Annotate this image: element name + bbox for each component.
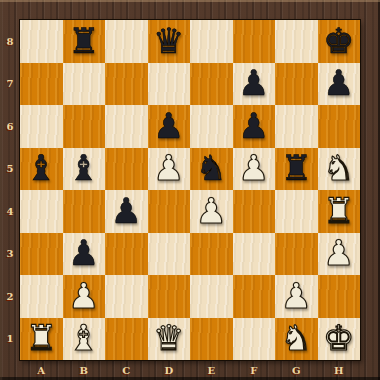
square-a7[interactable] (20, 63, 63, 106)
square-a1[interactable]: ♜ (20, 318, 63, 361)
piece-white-pawn[interactable]: ♟ (196, 194, 227, 229)
rank-label-5: 5 (0, 148, 20, 191)
square-h8[interactable]: ♚ (318, 20, 361, 63)
square-f6[interactable]: ♟ (233, 105, 276, 148)
square-d6[interactable]: ♟ (148, 105, 191, 148)
square-b1[interactable]: ♝ (63, 318, 106, 361)
square-a6[interactable] (20, 105, 63, 148)
square-f7[interactable]: ♟ (233, 63, 276, 106)
piece-black-queen[interactable]: ♛ (153, 24, 184, 59)
file-label-a: A (20, 360, 63, 380)
square-g6[interactable] (275, 105, 318, 148)
square-d7[interactable] (148, 63, 191, 106)
square-a5[interactable]: ♝ (20, 148, 63, 191)
square-c5[interactable] (105, 148, 148, 191)
square-a2[interactable] (20, 275, 63, 318)
square-b7[interactable] (63, 63, 106, 106)
piece-black-knight[interactable]: ♞ (196, 151, 227, 186)
file-labels: ABCDEFGH (20, 360, 360, 380)
square-d8[interactable]: ♛ (148, 20, 191, 63)
file-label-e: E (190, 360, 233, 380)
square-e4[interactable]: ♟ (190, 190, 233, 233)
square-f8[interactable] (233, 20, 276, 63)
piece-black-pawn[interactable]: ♟ (68, 236, 99, 271)
square-h6[interactable] (318, 105, 361, 148)
square-h5[interactable]: ♞ (318, 148, 361, 191)
piece-white-knight[interactable]: ♞ (323, 151, 354, 186)
square-c1[interactable] (105, 318, 148, 361)
square-f3[interactable] (233, 233, 276, 276)
square-g7[interactable] (275, 63, 318, 106)
file-label-g: G (275, 360, 318, 380)
square-c3[interactable] (105, 233, 148, 276)
square-h3[interactable]: ♟ (318, 233, 361, 276)
piece-white-bishop[interactable]: ♝ (68, 321, 99, 356)
chess-board-window: 87654321 ABCDEFGH ♜♛♚♟♟♟♟♝♝♟♞♟♜♞♟♟♜♟♟♟♟♜… (0, 0, 380, 380)
square-f1[interactable] (233, 318, 276, 361)
square-d4[interactable] (148, 190, 191, 233)
square-c4[interactable]: ♟ (105, 190, 148, 233)
square-e1[interactable] (190, 318, 233, 361)
square-h7[interactable]: ♟ (318, 63, 361, 106)
square-c7[interactable] (105, 63, 148, 106)
piece-white-rook[interactable]: ♜ (323, 194, 354, 229)
rank-label-1: 1 (0, 318, 20, 361)
square-b4[interactable] (63, 190, 106, 233)
square-a3[interactable] (20, 233, 63, 276)
square-e2[interactable] (190, 275, 233, 318)
chess-board: ♜♛♚♟♟♟♟♝♝♟♞♟♜♞♟♟♜♟♟♟♟♜♝♛♞♚ (20, 20, 360, 360)
square-a8[interactable] (20, 20, 63, 63)
piece-black-pawn[interactable]: ♟ (153, 109, 184, 144)
piece-white-knight[interactable]: ♞ (281, 321, 312, 356)
piece-black-rook[interactable]: ♜ (281, 151, 312, 186)
square-g4[interactable] (275, 190, 318, 233)
square-d3[interactable] (148, 233, 191, 276)
square-d5[interactable]: ♟ (148, 148, 191, 191)
file-label-b: B (63, 360, 106, 380)
square-b5[interactable]: ♝ (63, 148, 106, 191)
rank-label-4: 4 (0, 190, 20, 233)
square-b3[interactable]: ♟ (63, 233, 106, 276)
square-f5[interactable]: ♟ (233, 148, 276, 191)
square-h2[interactable] (318, 275, 361, 318)
square-c8[interactable] (105, 20, 148, 63)
piece-black-king[interactable]: ♚ (323, 24, 354, 59)
piece-white-pawn[interactable]: ♟ (153, 151, 184, 186)
square-c6[interactable] (105, 105, 148, 148)
rank-label-8: 8 (0, 20, 20, 63)
square-e8[interactable] (190, 20, 233, 63)
piece-black-pawn[interactable]: ♟ (238, 109, 269, 144)
square-h4[interactable]: ♜ (318, 190, 361, 233)
piece-white-queen[interactable]: ♛ (153, 321, 184, 356)
piece-black-bishop[interactable]: ♝ (68, 151, 99, 186)
piece-white-pawn[interactable]: ♟ (68, 279, 99, 314)
file-label-h: H (318, 360, 361, 380)
square-d1[interactable]: ♛ (148, 318, 191, 361)
square-e7[interactable] (190, 63, 233, 106)
piece-black-pawn[interactable]: ♟ (238, 66, 269, 101)
piece-white-pawn[interactable]: ♟ (281, 279, 312, 314)
square-g1[interactable]: ♞ (275, 318, 318, 361)
square-e5[interactable]: ♞ (190, 148, 233, 191)
rank-label-7: 7 (0, 63, 20, 106)
square-f4[interactable] (233, 190, 276, 233)
piece-black-bishop[interactable]: ♝ (26, 151, 57, 186)
square-d2[interactable] (148, 275, 191, 318)
square-b8[interactable]: ♜ (63, 20, 106, 63)
square-c2[interactable] (105, 275, 148, 318)
piece-black-pawn[interactable]: ♟ (323, 66, 354, 101)
file-label-d: D (148, 360, 191, 380)
square-g3[interactable] (275, 233, 318, 276)
square-e6[interactable] (190, 105, 233, 148)
square-a4[interactable] (20, 190, 63, 233)
piece-white-rook[interactable]: ♜ (26, 321, 57, 356)
piece-white-pawn[interactable]: ♟ (238, 151, 269, 186)
square-b2[interactable]: ♟ (63, 275, 106, 318)
square-h1[interactable]: ♚ (318, 318, 361, 361)
square-f2[interactable] (233, 275, 276, 318)
square-g5[interactable]: ♜ (275, 148, 318, 191)
piece-white-pawn[interactable]: ♟ (323, 236, 354, 271)
piece-white-king[interactable]: ♚ (323, 321, 354, 356)
rank-label-2: 2 (0, 275, 20, 318)
rank-labels: 87654321 (0, 20, 20, 360)
square-e3[interactable] (190, 233, 233, 276)
file-label-c: C (105, 360, 148, 380)
rank-label-3: 3 (0, 233, 20, 276)
rank-label-6: 6 (0, 105, 20, 148)
square-g2[interactable]: ♟ (275, 275, 318, 318)
piece-black-rook[interactable]: ♜ (68, 24, 99, 59)
square-b6[interactable] (63, 105, 106, 148)
square-g8[interactable] (275, 20, 318, 63)
file-label-f: F (233, 360, 276, 380)
piece-black-pawn[interactable]: ♟ (111, 194, 142, 229)
